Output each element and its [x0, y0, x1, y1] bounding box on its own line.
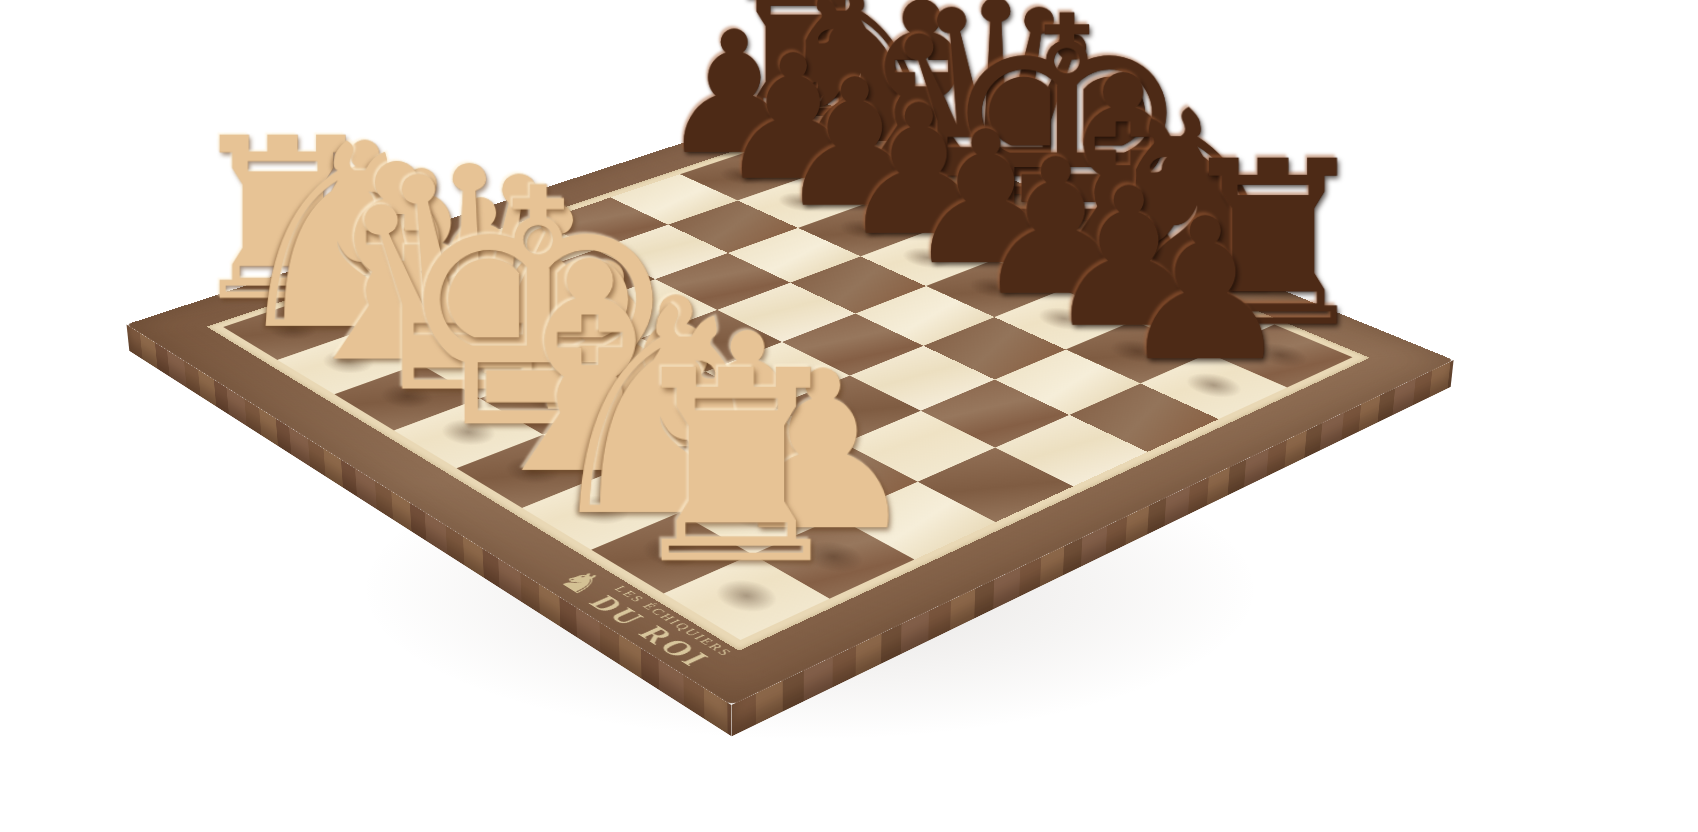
scene: ♜♞♝♛♚♝♞♜♟♟♟♟♟♟♟♟♟♟♟♟♟♟♟♟♜♞♝♛♚♝♞♜ ♞ LES É… [0, 0, 1698, 832]
board-maple-frame: ♜♞♝♛♚♝♞♜♟♟♟♟♟♟♟♟♟♟♟♟♟♟♟♟♜♞♝♛♚♝♞♜ [207, 125, 1370, 651]
square-h7[interactable]: ♟ [1140, 353, 1287, 419]
board-border: ♜♞♝♛♚♝♞♜♟♟♟♟♟♟♟♟♟♟♟♟♟♟♟♟♜♞♝♛♚♝♞♜ ♞ LES É… [127, 99, 1454, 705]
board-grid: ♜♞♝♛♚♝♞♜♟♟♟♟♟♟♟♟♟♟♟♟♟♟♟♟♜♞♝♛♚♝♞♜ [223, 130, 1352, 640]
black-pawn-h7[interactable]: ♟ [1082, 193, 1330, 389]
chess-board: ♜♞♝♛♚♝♞♜♟♟♟♟♟♟♟♟♟♟♟♟♟♟♟♟♜♞♝♛♚♝♞♜ ♞ LES É… [127, 99, 1454, 705]
white-rook-h1[interactable]: ♜ [595, 336, 877, 601]
